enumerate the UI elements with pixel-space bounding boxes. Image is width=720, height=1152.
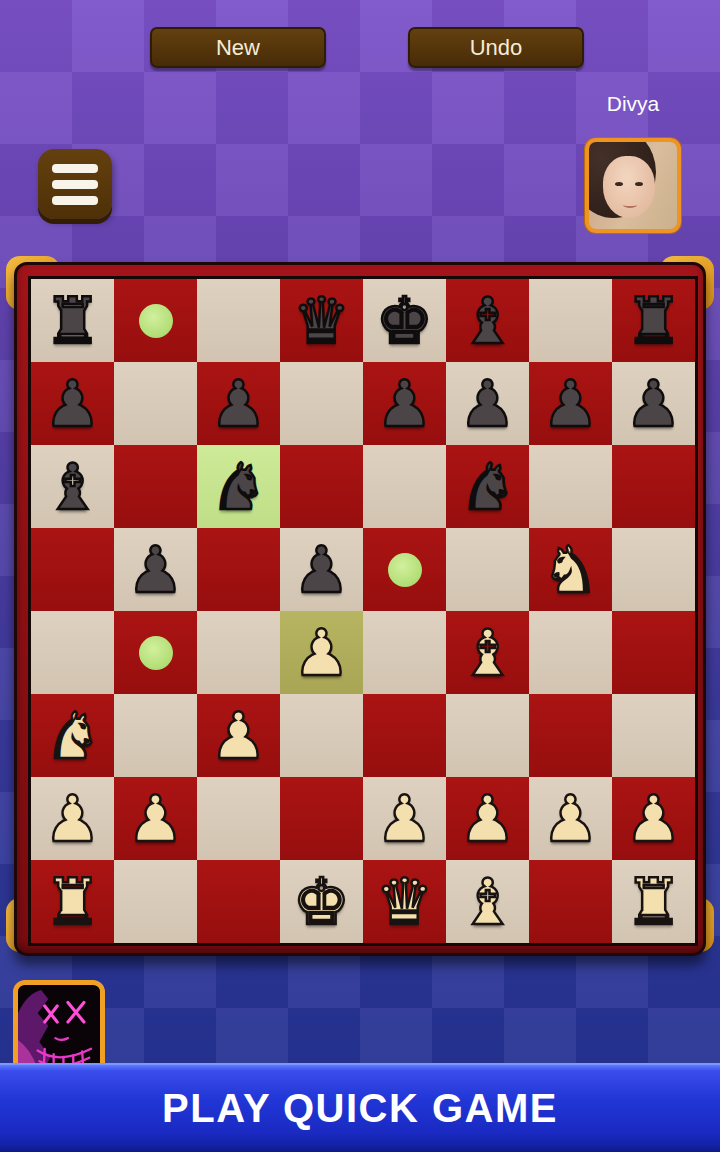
piece-wp-b2: ♟ bbox=[127, 787, 184, 851]
square-e1[interactable]: ♛ bbox=[363, 860, 446, 943]
square-c3[interactable]: ♟ bbox=[197, 694, 280, 777]
square-d5[interactable]: ♟ bbox=[280, 528, 363, 611]
board-grid: ♜♛♚♝♜♟♟♟♟♟♟♝♞♞♟♟♞♟♝♞♟♟♟♟♟♟♟♜♚♛♝♜ bbox=[28, 276, 698, 946]
square-g4[interactable] bbox=[529, 611, 612, 694]
square-a1[interactable]: ♜ bbox=[31, 860, 114, 943]
square-h4[interactable] bbox=[612, 611, 695, 694]
piece-wp-f2: ♟ bbox=[459, 787, 516, 851]
square-b7[interactable] bbox=[114, 362, 197, 445]
square-f4[interactable]: ♝ bbox=[446, 611, 529, 694]
piece-bk-e8: ♚ bbox=[376, 289, 433, 353]
hamburger-icon bbox=[52, 196, 98, 205]
square-c6[interactable]: ♞ bbox=[197, 445, 280, 528]
square-e4[interactable] bbox=[363, 611, 446, 694]
square-a4[interactable] bbox=[31, 611, 114, 694]
new-game-button[interactable]: New bbox=[150, 27, 326, 68]
square-c8[interactable] bbox=[197, 279, 280, 362]
play-quick-game-label: PLAY QUICK GAME bbox=[162, 1086, 558, 1131]
square-g2[interactable]: ♟ bbox=[529, 777, 612, 860]
piece-wp-a2: ♟ bbox=[44, 787, 101, 851]
square-h6[interactable] bbox=[612, 445, 695, 528]
piece-bn-c6: ♞ bbox=[210, 455, 267, 519]
piece-wp-d4: ♟ bbox=[293, 621, 350, 685]
square-h8[interactable]: ♜ bbox=[612, 279, 695, 362]
square-h2[interactable]: ♟ bbox=[612, 777, 695, 860]
square-c7[interactable]: ♟ bbox=[197, 362, 280, 445]
square-b4[interactable] bbox=[114, 611, 197, 694]
piece-wb-f4: ♝ bbox=[459, 621, 516, 685]
piece-bb-a6: ♝ bbox=[44, 455, 101, 519]
avatar-eye bbox=[635, 182, 643, 186]
square-c4[interactable] bbox=[197, 611, 280, 694]
square-a3[interactable]: ♞ bbox=[31, 694, 114, 777]
avatar-face bbox=[603, 156, 655, 218]
piece-wn-a3: ♞ bbox=[44, 704, 101, 768]
square-c1[interactable] bbox=[197, 860, 280, 943]
piece-wr-h1: ♜ bbox=[625, 870, 682, 934]
piece-wp-c3: ♟ bbox=[210, 704, 267, 768]
piece-wp-g2: ♟ bbox=[542, 787, 599, 851]
square-g7[interactable]: ♟ bbox=[529, 362, 612, 445]
square-h3[interactable] bbox=[612, 694, 695, 777]
square-c2[interactable] bbox=[197, 777, 280, 860]
piece-wr-a1: ♜ bbox=[44, 870, 101, 934]
square-e8[interactable]: ♚ bbox=[363, 279, 446, 362]
hamburger-icon bbox=[52, 164, 98, 173]
square-g3[interactable] bbox=[529, 694, 612, 777]
square-a6[interactable]: ♝ bbox=[31, 445, 114, 528]
legal-move-dot bbox=[139, 304, 173, 338]
square-h1[interactable]: ♜ bbox=[612, 860, 695, 943]
square-g8[interactable] bbox=[529, 279, 612, 362]
square-d1[interactable]: ♚ bbox=[280, 860, 363, 943]
square-b5[interactable]: ♟ bbox=[114, 528, 197, 611]
square-e2[interactable]: ♟ bbox=[363, 777, 446, 860]
piece-bp-f7: ♟ bbox=[459, 372, 516, 436]
piece-bb-f8: ♝ bbox=[459, 289, 516, 353]
square-d6[interactable] bbox=[280, 445, 363, 528]
square-a5[interactable] bbox=[31, 528, 114, 611]
square-g6[interactable] bbox=[529, 445, 612, 528]
square-f6[interactable]: ♞ bbox=[446, 445, 529, 528]
square-e6[interactable] bbox=[363, 445, 446, 528]
undo-button[interactable]: Undo bbox=[408, 27, 584, 68]
square-e7[interactable]: ♟ bbox=[363, 362, 446, 445]
square-a8[interactable]: ♜ bbox=[31, 279, 114, 362]
piece-wn-g5: ♞ bbox=[542, 538, 599, 602]
legal-move-dot bbox=[388, 553, 422, 587]
opponent-avatar[interactable] bbox=[585, 138, 681, 233]
square-f5[interactable] bbox=[446, 528, 529, 611]
piece-wk-d1: ♚ bbox=[293, 870, 350, 934]
hamburger-icon bbox=[52, 180, 98, 189]
square-d8[interactable]: ♛ bbox=[280, 279, 363, 362]
square-f7[interactable]: ♟ bbox=[446, 362, 529, 445]
square-d2[interactable] bbox=[280, 777, 363, 860]
square-f1[interactable]: ♝ bbox=[446, 860, 529, 943]
avatar-eye bbox=[615, 182, 623, 186]
square-d7[interactable] bbox=[280, 362, 363, 445]
square-a2[interactable]: ♟ bbox=[31, 777, 114, 860]
square-f3[interactable] bbox=[446, 694, 529, 777]
square-f2[interactable]: ♟ bbox=[446, 777, 529, 860]
square-g5[interactable]: ♞ bbox=[529, 528, 612, 611]
square-e5[interactable] bbox=[363, 528, 446, 611]
piece-bn-f6: ♞ bbox=[459, 455, 516, 519]
piece-bp-h7: ♟ bbox=[625, 372, 682, 436]
piece-wp-h2: ♟ bbox=[625, 787, 682, 851]
piece-bp-c7: ♟ bbox=[210, 372, 267, 436]
piece-br-a8: ♜ bbox=[44, 289, 101, 353]
piece-br-h8: ♜ bbox=[625, 289, 682, 353]
piece-wq-e1: ♛ bbox=[376, 870, 433, 934]
square-e3[interactable] bbox=[363, 694, 446, 777]
legal-move-dot bbox=[139, 636, 173, 670]
piece-wb-f1: ♝ bbox=[459, 870, 516, 934]
square-g1[interactable] bbox=[529, 860, 612, 943]
square-d4[interactable]: ♟ bbox=[280, 611, 363, 694]
piece-bp-g7: ♟ bbox=[542, 372, 599, 436]
square-b1[interactable] bbox=[114, 860, 197, 943]
play-quick-game-button[interactable]: PLAY QUICK GAME bbox=[0, 1065, 720, 1152]
menu-button[interactable] bbox=[38, 149, 112, 219]
square-d3[interactable] bbox=[280, 694, 363, 777]
square-b8[interactable] bbox=[114, 279, 197, 362]
square-b2[interactable]: ♟ bbox=[114, 777, 197, 860]
avatar-mouth bbox=[623, 202, 637, 208]
square-b3[interactable] bbox=[114, 694, 197, 777]
square-a7[interactable]: ♟ bbox=[31, 362, 114, 445]
piece-wp-e2: ♟ bbox=[376, 787, 433, 851]
opponent-name: Divya bbox=[571, 92, 695, 116]
piece-bq-d8: ♛ bbox=[293, 289, 350, 353]
square-c5[interactable] bbox=[197, 528, 280, 611]
piece-bp-b5: ♟ bbox=[127, 538, 184, 602]
square-b6[interactable] bbox=[114, 445, 197, 528]
square-h7[interactable]: ♟ bbox=[612, 362, 695, 445]
square-h5[interactable] bbox=[612, 528, 695, 611]
piece-bp-d5: ♟ bbox=[293, 538, 350, 602]
piece-bp-e7: ♟ bbox=[376, 372, 433, 436]
square-f8[interactable]: ♝ bbox=[446, 279, 529, 362]
piece-bp-a7: ♟ bbox=[44, 372, 101, 436]
